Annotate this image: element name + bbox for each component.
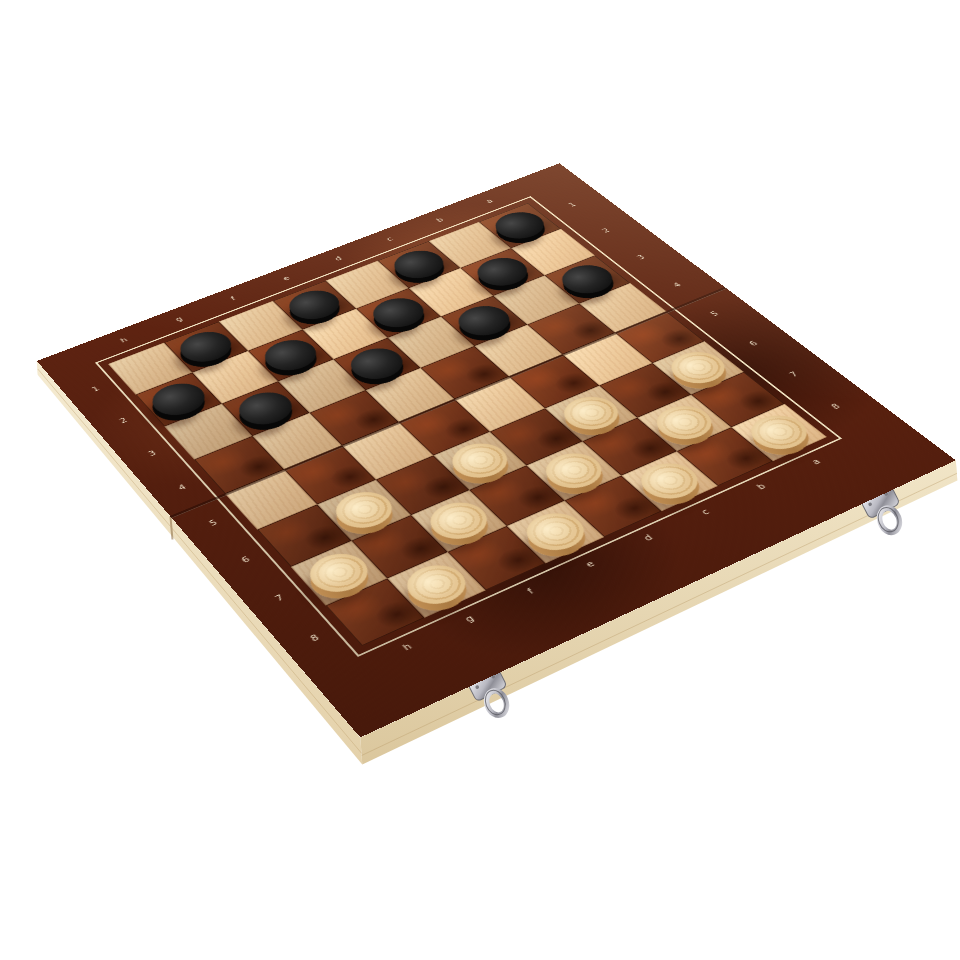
file-label-near-h: h [393,638,422,656]
rank-label-left-7: 7 [266,590,294,607]
file-label-far-g: g [167,313,191,326]
rank-label-right-4: 4 [665,279,689,291]
file-label-near-a: a [803,455,830,470]
file-label-far-f: f [221,293,245,305]
rank-label-left-3: 3 [140,446,166,460]
file-label-far-d: d [327,253,350,265]
rank-label-left-8: 8 [301,630,330,647]
file-label-far-e: e [275,273,299,285]
file-label-far-h: h [112,334,136,347]
rank-label-right-3: 3 [629,251,653,263]
rank-label-right-2: 2 [595,225,618,237]
rank-label-right-6: 6 [741,337,766,350]
rank-label-left-5: 5 [200,515,227,530]
file-label-near-c: c [692,504,719,520]
file-label-near-e: e [576,556,604,572]
rank-label-right-8: 8 [823,400,849,414]
file-label-near-b: b [748,479,775,494]
rank-label-left-6: 6 [232,552,259,568]
file-label-far-a: a [478,196,501,207]
file-label-near-d: d [635,530,663,546]
file-label-far-c: c [378,233,401,245]
rank-label-left-1: 1 [83,383,108,396]
file-label-near-f: f [517,583,545,600]
rank-label-left-4: 4 [169,480,195,495]
rank-label-left-2: 2 [111,414,136,428]
rank-label-right-1: 1 [561,199,584,210]
rank-label-right-5: 5 [703,308,728,321]
file-label-far-b: b [429,214,452,225]
product-photo-stage: hhggffeeddccbbaa1122334455667788 [0,0,960,960]
rank-label-right-7: 7 [781,368,807,382]
file-label-near-g: g [456,610,484,627]
